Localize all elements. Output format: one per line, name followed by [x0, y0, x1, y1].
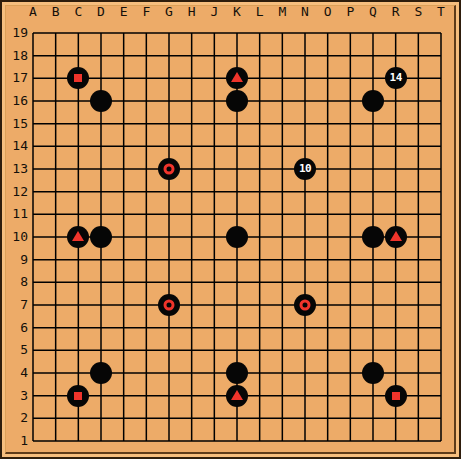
stone-black-d10[interactable] [90, 226, 112, 248]
square-marker-icon [74, 392, 82, 400]
col-label-F: F [142, 5, 150, 19]
col-label-R: R [392, 5, 400, 19]
triangle-marker-icon [390, 231, 402, 241]
row-label-10: 10 [2, 230, 28, 244]
stone-black-c10[interactable] [67, 226, 89, 248]
stone-black-k10[interactable] [226, 226, 248, 248]
row-label-14: 14 [2, 139, 28, 153]
row-label-15: 15 [2, 117, 28, 131]
col-label-S: S [414, 5, 422, 19]
col-label-J: J [210, 5, 218, 19]
row-label-5: 5 [2, 343, 28, 357]
col-label-M: M [278, 5, 286, 19]
square-marker-icon [74, 74, 82, 82]
stone-black-q4[interactable] [362, 362, 384, 384]
move-number-label: 10 [299, 162, 311, 175]
go-board-diagram: ABCDEFGHJKLMNOPQRST 19181716151413121110… [0, 0, 461, 459]
stone-black-r3[interactable] [385, 385, 407, 407]
row-label-12: 12 [2, 185, 28, 199]
col-label-T: T [437, 5, 445, 19]
stone-black-k16[interactable] [226, 90, 248, 112]
col-label-D: D [97, 5, 105, 19]
move-number-label: 14 [390, 72, 402, 85]
row-label-2: 2 [2, 411, 28, 425]
stone-black-g13[interactable] [158, 158, 180, 180]
col-label-N: N [301, 5, 309, 19]
stone-black-c3[interactable] [67, 385, 89, 407]
stone-black-r17[interactable]: 14 [385, 67, 407, 89]
stone-black-r10[interactable] [385, 226, 407, 248]
stone-black-k3[interactable] [226, 385, 248, 407]
square-marker-icon [392, 392, 400, 400]
col-label-Q: Q [369, 5, 377, 19]
stone-black-k4[interactable] [226, 362, 248, 384]
col-label-O: O [324, 5, 332, 19]
circle-marker-icon [164, 300, 175, 311]
col-label-K: K [233, 5, 241, 19]
triangle-marker-icon [72, 231, 84, 241]
row-label-19: 19 [2, 26, 28, 40]
row-label-13: 13 [2, 162, 28, 176]
triangle-marker-icon [231, 390, 243, 400]
col-label-H: H [188, 5, 196, 19]
row-label-1: 1 [2, 434, 28, 448]
triangle-marker-icon [231, 72, 243, 82]
stone-black-g7[interactable] [158, 294, 180, 316]
row-label-3: 3 [2, 389, 28, 403]
row-label-7: 7 [2, 298, 28, 312]
row-label-18: 18 [2, 49, 28, 63]
col-label-A: A [29, 5, 37, 19]
col-label-B: B [52, 5, 60, 19]
row-label-9: 9 [2, 253, 28, 267]
col-label-G: G [165, 5, 173, 19]
stone-black-q16[interactable] [362, 90, 384, 112]
row-label-8: 8 [2, 275, 28, 289]
col-label-P: P [346, 5, 354, 19]
row-label-6: 6 [2, 321, 28, 335]
row-label-11: 11 [2, 207, 28, 221]
row-label-17: 17 [2, 71, 28, 85]
circle-marker-icon [164, 164, 175, 175]
row-label-4: 4 [2, 366, 28, 380]
col-label-L: L [256, 5, 264, 19]
stone-black-n7[interactable] [294, 294, 316, 316]
stone-black-c17[interactable] [67, 67, 89, 89]
col-label-E: E [120, 5, 128, 19]
stone-black-n13[interactable]: 10 [294, 158, 316, 180]
stone-black-k17[interactable] [226, 67, 248, 89]
circle-marker-icon [300, 300, 311, 311]
stone-black-d16[interactable] [90, 90, 112, 112]
stone-black-q10[interactable] [362, 226, 384, 248]
stone-black-d4[interactable] [90, 362, 112, 384]
row-label-16: 16 [2, 94, 28, 108]
col-label-C: C [74, 5, 82, 19]
